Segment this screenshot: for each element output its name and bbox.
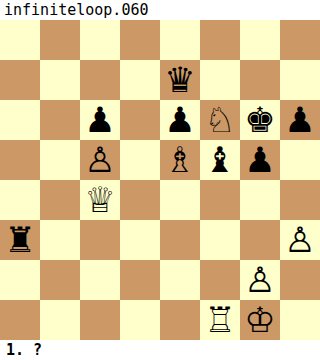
white-queen-piece: ♕ — [80, 180, 120, 220]
board-square-f7[interactable] — [200, 60, 240, 100]
board-square-g6[interactable]: ♚ — [240, 100, 280, 140]
board-square-h6[interactable]: ♟ — [280, 100, 320, 140]
board-square-c7[interactable] — [80, 60, 120, 100]
board-square-e8[interactable] — [160, 20, 200, 60]
board-square-f6[interactable]: ♘ — [200, 100, 240, 140]
board-square-b8[interactable] — [40, 20, 80, 60]
board-square-g4[interactable] — [240, 180, 280, 220]
board-square-a4[interactable] — [0, 180, 40, 220]
board-square-c8[interactable] — [80, 20, 120, 60]
board-square-g8[interactable] — [240, 20, 280, 60]
board-square-a2[interactable] — [0, 260, 40, 300]
black-queen-piece: ♛ — [160, 60, 200, 100]
board-square-h2[interactable] — [280, 260, 320, 300]
board-square-c2[interactable] — [80, 260, 120, 300]
board-square-a5[interactable] — [0, 140, 40, 180]
board-square-h1[interactable] — [280, 300, 320, 340]
black-bishop-piece: ♝ — [200, 140, 240, 180]
board-square-b1[interactable] — [40, 300, 80, 340]
board-square-f3[interactable] — [200, 220, 240, 260]
page-title: infiniteloop.060 — [0, 0, 320, 20]
board-square-g3[interactable] — [240, 220, 280, 260]
black-pawn-piece: ♟ — [240, 140, 280, 180]
black-pawn-piece: ♟ — [160, 100, 200, 140]
board-square-b7[interactable] — [40, 60, 80, 100]
board-square-f8[interactable] — [200, 20, 240, 60]
board-square-c6[interactable]: ♟ — [80, 100, 120, 140]
board-square-d7[interactable] — [120, 60, 160, 100]
board-square-e6[interactable]: ♟ — [160, 100, 200, 140]
white-bishop-piece: ♗ — [160, 140, 200, 180]
white-knight-piece: ♘ — [200, 100, 240, 140]
board-square-c1[interactable] — [80, 300, 120, 340]
board-square-c4[interactable]: ♕ — [80, 180, 120, 220]
move-prompt: 1. ? — [0, 340, 320, 360]
board-square-b2[interactable] — [40, 260, 80, 300]
board-square-e3[interactable] — [160, 220, 200, 260]
board-square-e7[interactable]: ♛ — [160, 60, 200, 100]
board-square-g2[interactable]: ♙ — [240, 260, 280, 300]
board-square-c5[interactable]: ♙ — [80, 140, 120, 180]
board-square-d5[interactable] — [120, 140, 160, 180]
board-square-c3[interactable] — [80, 220, 120, 260]
board-square-h4[interactable] — [280, 180, 320, 220]
board-square-b6[interactable] — [40, 100, 80, 140]
board-square-b4[interactable] — [40, 180, 80, 220]
board-square-a1[interactable] — [0, 300, 40, 340]
board-square-b5[interactable] — [40, 140, 80, 180]
white-rook-piece: ♖ — [200, 300, 240, 340]
white-pawn-piece: ♙ — [240, 260, 280, 300]
board-square-h7[interactable] — [280, 60, 320, 100]
board-square-d2[interactable] — [120, 260, 160, 300]
white-pawn-piece: ♙ — [280, 220, 320, 260]
board-square-d4[interactable] — [120, 180, 160, 220]
black-rook-piece: ♜ — [0, 220, 40, 260]
board-square-f1[interactable]: ♖ — [200, 300, 240, 340]
board-square-d1[interactable] — [120, 300, 160, 340]
white-king-piece: ♔ — [240, 300, 280, 340]
board-square-a6[interactable] — [0, 100, 40, 140]
board-square-e5[interactable]: ♗ — [160, 140, 200, 180]
board-square-g1[interactable]: ♔ — [240, 300, 280, 340]
board-square-g7[interactable] — [240, 60, 280, 100]
white-pawn-piece: ♙ — [80, 140, 120, 180]
board-square-g5[interactable]: ♟ — [240, 140, 280, 180]
board-square-a7[interactable] — [0, 60, 40, 100]
page: infiniteloop.060 ♛♟♟♘♚♟♙♗♝♟♕♜♙♙♖♔ 1. ? — [0, 0, 320, 360]
board-square-h5[interactable] — [280, 140, 320, 180]
board-square-f5[interactable]: ♝ — [200, 140, 240, 180]
chess-board: ♛♟♟♘♚♟♙♗♝♟♕♜♙♙♖♔ — [0, 20, 320, 340]
board-square-e4[interactable] — [160, 180, 200, 220]
board-square-h3[interactable]: ♙ — [280, 220, 320, 260]
black-pawn-piece: ♟ — [80, 100, 120, 140]
board-square-d3[interactable] — [120, 220, 160, 260]
board-square-d6[interactable] — [120, 100, 160, 140]
board-square-a3[interactable]: ♜ — [0, 220, 40, 260]
black-pawn-piece: ♟ — [280, 100, 320, 140]
board-square-a8[interactable] — [0, 20, 40, 60]
board-square-e1[interactable] — [160, 300, 200, 340]
board-square-b3[interactable] — [40, 220, 80, 260]
board-square-d8[interactable] — [120, 20, 160, 60]
board-square-f4[interactable] — [200, 180, 240, 220]
black-king-piece: ♚ — [240, 100, 280, 140]
board-square-h8[interactable] — [280, 20, 320, 60]
board-square-f2[interactable] — [200, 260, 240, 300]
board-square-e2[interactable] — [160, 260, 200, 300]
